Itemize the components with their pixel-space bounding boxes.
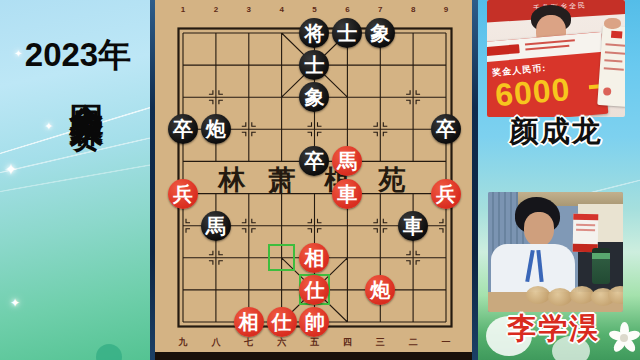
sparkle-icon: ✦ (10, 296, 20, 310)
blurry-xiangqi-piece (526, 286, 550, 304)
file-number-bottom: 二 (409, 336, 418, 349)
board-point: 炮 (364, 274, 397, 306)
piece-red-兵: 兵 (431, 179, 461, 209)
board-point: 車 (331, 178, 364, 210)
certificate-text-line (604, 59, 622, 62)
board-point: 炮 (199, 113, 232, 145)
piece-black-卒: 卒 (168, 114, 198, 144)
photo-li-xuehao (488, 192, 623, 312)
check-amount: 6000 (494, 71, 572, 114)
board-frame-bottom (155, 352, 472, 360)
left-title-panel: ✦ ✦ ✦ ✦ 2023年 全国象棋个人赛 (0, 0, 150, 360)
file-number-top: 8 (411, 5, 415, 14)
event-title: 全国象棋个人赛 (64, 76, 110, 352)
file-number-top: 2 (214, 5, 218, 14)
board-point: 士 (298, 49, 331, 81)
board-point: 相 (232, 306, 265, 338)
check-logo (487, 44, 520, 56)
piece-black-卒: 卒 (431, 114, 461, 144)
video-frame: ✦ ✦ ✦ ✦ 2023年 全国象棋个人赛 123456789 林萧棋苑 将士象… (0, 0, 640, 360)
board-point: 帥 (298, 306, 331, 338)
board-point: 兵 (167, 178, 200, 210)
certificate-seal (603, 87, 612, 96)
piece-red-相: 相 (299, 243, 329, 273)
flower-decoration (606, 312, 640, 348)
blurry-xiangqi-piece (548, 288, 572, 306)
board-point (265, 242, 298, 274)
file-number-bottom: 五 (310, 336, 319, 349)
piece-red-仕: 仕 (267, 307, 297, 337)
player-hand (604, 18, 621, 29)
player-name-bottom: 李学淏 (484, 309, 624, 349)
piece-black-馬: 馬 (201, 211, 231, 241)
sign-text-line (576, 229, 595, 231)
player-face (524, 212, 554, 246)
piece-red-兵: 兵 (168, 179, 198, 209)
file-number-bottom: 一 (442, 336, 451, 349)
board-point: 馬 (331, 145, 364, 177)
sign-red-header (573, 214, 598, 220)
divider-strip-left (150, 0, 155, 360)
sign-text-line (576, 224, 595, 226)
file-number-bottom: 九 (179, 336, 188, 349)
check-header-band (487, 32, 603, 62)
file-number-bottom: 七 (244, 336, 253, 349)
sparkle-icon: ✦ (4, 160, 17, 179)
certificate-text-line (605, 43, 625, 46)
certificate (597, 25, 625, 107)
piece-layer: 将士象士象卒炮卒卒馬兵車兵馬車相仕炮相仕帥 (167, 17, 463, 338)
check-fineprint (525, 45, 569, 51)
piece-red-馬: 馬 (332, 146, 362, 176)
piece-black-象: 象 (299, 82, 329, 112)
board-point: 卒 (298, 145, 331, 177)
piece-black-士: 士 (299, 50, 329, 80)
sparkle-icon: ✦ (44, 120, 53, 133)
board-point: 将 (298, 17, 331, 49)
photo-yan-chenglong: 千县万乡全民 奖金人民币: 6000 (487, 0, 625, 117)
board-point: 卒 (430, 113, 463, 145)
piece-red-炮: 炮 (365, 275, 395, 305)
file-number-top: 6 (345, 5, 349, 14)
board-point: 馬 (199, 210, 232, 242)
last-move-from-highlight (268, 244, 295, 271)
file-number-bottom: 六 (277, 336, 286, 349)
piece-black-卒: 卒 (299, 146, 329, 176)
board-point: 仕 (265, 306, 298, 338)
board-point: 仕 (298, 274, 331, 306)
certificate-flag (611, 31, 622, 39)
board-point: 車 (397, 210, 430, 242)
file-number-bottom: 四 (343, 336, 352, 349)
file-number-top: 1 (181, 5, 185, 14)
board-point: 相 (298, 242, 331, 274)
file-number-top: 9 (444, 5, 448, 14)
piece-black-車: 車 (398, 211, 428, 241)
piece-red-相: 相 (234, 307, 264, 337)
certificate-text-line (604, 67, 624, 70)
file-number-top: 3 (247, 5, 251, 14)
table-sign (573, 214, 599, 252)
file-number-bottom: 八 (211, 336, 220, 349)
file-number-top: 4 (279, 5, 283, 14)
file-number-top: 7 (378, 5, 382, 14)
board-point: 士 (331, 17, 364, 49)
piece-black-炮: 炮 (201, 114, 231, 144)
board-point: 卒 (167, 113, 200, 145)
file-number-top: 5 (312, 5, 316, 14)
player-name-top: 颜成龙 (487, 112, 625, 152)
piece-red-帥: 帥 (299, 307, 329, 337)
thermos-cup (592, 248, 610, 284)
certificate-text-line (605, 51, 625, 54)
event-year: 2023年 (0, 33, 150, 78)
piece-black-象: 象 (365, 18, 395, 48)
piece-red-車: 車 (332, 179, 362, 209)
file-number-bottom: 三 (376, 336, 385, 349)
board-point: 象 (364, 17, 397, 49)
flower-center (620, 334, 628, 342)
prize-check: 奖金人民币: 6000 (487, 32, 608, 117)
board-point: 象 (298, 81, 331, 113)
piece-black-将: 将 (299, 18, 329, 48)
xiangqi-board: 123456789 林萧棋苑 将士象士象卒炮卒卒馬兵車兵馬車相仕炮相仕帥 九八七… (155, 0, 472, 360)
players-panel: 千县万乡全民 奖金人民币: 6000 (478, 0, 640, 360)
board-point: 兵 (430, 178, 463, 210)
piece-black-士: 士 (332, 18, 362, 48)
